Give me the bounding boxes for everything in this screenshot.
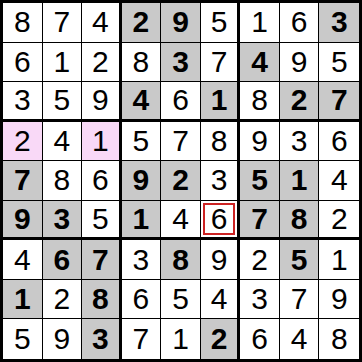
- cell-r6c8[interactable]: 8: [280, 201, 320, 241]
- cell-r1c3[interactable]: 4: [82, 3, 122, 43]
- cell-r7c8[interactable]: 5: [280, 240, 320, 280]
- cell-r3c8[interactable]: 2: [280, 82, 320, 122]
- cell-r8c4[interactable]: 6: [122, 280, 162, 320]
- cell-r5c6[interactable]: 3: [201, 161, 241, 201]
- cell-r8c2[interactable]: 2: [43, 280, 83, 320]
- cell-r8c7[interactable]: 3: [240, 280, 280, 320]
- cell-r5c1[interactable]: 7: [3, 161, 43, 201]
- cell-r8c9[interactable]: 9: [319, 280, 359, 320]
- cell-r8c1[interactable]: 1: [3, 280, 43, 320]
- cell-r5c2[interactable]: 8: [43, 161, 83, 201]
- cell-r4c1[interactable]: 2: [3, 122, 43, 162]
- cell-r5c5[interactable]: 2: [161, 161, 201, 201]
- cell-r7c6[interactable]: 9: [201, 240, 241, 280]
- cell-r7c1[interactable]: 4: [3, 240, 43, 280]
- cell-r5c7[interactable]: 5: [240, 161, 280, 201]
- cell-r6c3[interactable]: 5: [82, 201, 122, 241]
- cell-r6c7[interactable]: 7: [240, 201, 280, 241]
- cell-r9c7[interactable]: 6: [240, 319, 280, 359]
- cell-r4c2[interactable]: 4: [43, 122, 83, 162]
- cell-r3c1[interactable]: 3: [3, 82, 43, 122]
- cell-r9c5[interactable]: 1: [161, 319, 201, 359]
- cell-r7c3[interactable]: 7: [82, 240, 122, 280]
- cell-r7c5[interactable]: 8: [161, 240, 201, 280]
- cell-r9c6[interactable]: 2: [201, 319, 241, 359]
- cell-r1c9[interactable]: 3: [319, 3, 359, 43]
- cell-r4c8[interactable]: 3: [280, 122, 320, 162]
- cell-r5c4[interactable]: 9: [122, 161, 162, 201]
- cell-r1c2[interactable]: 7: [43, 3, 83, 43]
- cell-r2c3[interactable]: 2: [82, 43, 122, 83]
- cell-r9c3[interactable]: 3: [82, 319, 122, 359]
- cell-r6c9[interactable]: 2: [319, 201, 359, 241]
- cell-r4c9[interactable]: 6: [319, 122, 359, 162]
- cell-r3c7[interactable]: 8: [240, 82, 280, 122]
- cell-r7c2[interactable]: 6: [43, 240, 83, 280]
- cell-r4c3[interactable]: 1: [82, 122, 122, 162]
- cell-r2c4[interactable]: 8: [122, 43, 162, 83]
- cell-r1c8[interactable]: 6: [280, 3, 320, 43]
- cell-r9c9[interactable]: 8: [319, 319, 359, 359]
- cell-r5c9[interactable]: 4: [319, 161, 359, 201]
- cell-r9c1[interactable]: 5: [3, 319, 43, 359]
- cell-r1c5[interactable]: 9: [161, 3, 201, 43]
- cell-r1c6[interactable]: 5: [201, 3, 241, 43]
- cell-r3c4[interactable]: 4: [122, 82, 162, 122]
- cell-r4c6[interactable]: 8: [201, 122, 241, 162]
- cell-r3c3[interactable]: 9: [82, 82, 122, 122]
- cell-r7c4[interactable]: 3: [122, 240, 162, 280]
- cell-r7c7[interactable]: 2: [240, 240, 280, 280]
- cell-r4c7[interactable]: 9: [240, 122, 280, 162]
- cell-r5c8[interactable]: 1: [280, 161, 320, 201]
- cell-r2c8[interactable]: 9: [280, 43, 320, 83]
- cell-r9c2[interactable]: 9: [43, 319, 83, 359]
- cell-r5c3[interactable]: 6: [82, 161, 122, 201]
- cell-r2c1[interactable]: 6: [3, 43, 43, 83]
- cell-r3c5[interactable]: 6: [161, 82, 201, 122]
- cell-r6c2[interactable]: 3: [43, 201, 83, 241]
- cell-r6c6[interactable]: 6: [201, 201, 241, 241]
- cell-r3c6[interactable]: 1: [201, 82, 241, 122]
- cell-r9c4[interactable]: 7: [122, 319, 162, 359]
- cell-r4c4[interactable]: 5: [122, 122, 162, 162]
- cell-r8c3[interactable]: 8: [82, 280, 122, 320]
- cell-r1c4[interactable]: 2: [122, 3, 162, 43]
- cell-r2c6[interactable]: 7: [201, 43, 241, 83]
- cell-r2c9[interactable]: 5: [319, 43, 359, 83]
- cell-r8c6[interactable]: 4: [201, 280, 241, 320]
- cell-r9c8[interactable]: 4: [280, 319, 320, 359]
- sudoku-board: 8742951636128374953594618272415789367869…: [0, 0, 362, 362]
- cell-r3c2[interactable]: 5: [43, 82, 83, 122]
- cell-r6c1[interactable]: 9: [3, 201, 43, 241]
- cell-r8c5[interactable]: 5: [161, 280, 201, 320]
- cell-r1c1[interactable]: 8: [3, 3, 43, 43]
- cell-r2c5[interactable]: 3: [161, 43, 201, 83]
- cell-r2c7[interactable]: 4: [240, 43, 280, 83]
- cell-r3c9[interactable]: 7: [319, 82, 359, 122]
- cell-r7c9[interactable]: 1: [319, 240, 359, 280]
- cell-r2c2[interactable]: 1: [43, 43, 83, 83]
- cell-r6c5[interactable]: 4: [161, 201, 201, 241]
- cell-r4c5[interactable]: 7: [161, 122, 201, 162]
- cell-r1c7[interactable]: 1: [240, 3, 280, 43]
- cell-r6c4[interactable]: 1: [122, 201, 162, 241]
- cell-r8c8[interactable]: 7: [280, 280, 320, 320]
